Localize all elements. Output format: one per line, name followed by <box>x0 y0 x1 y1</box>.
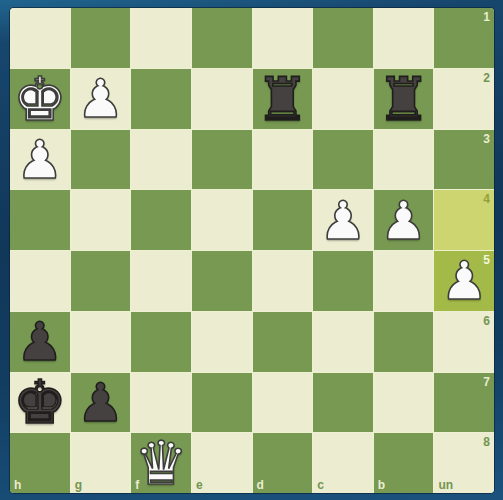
piece-white-pawn-h3[interactable]: ♟ <box>10 130 70 190</box>
square-d1[interactable] <box>253 8 313 68</box>
square-f1[interactable] <box>131 8 191 68</box>
square-a2[interactable]: 2 <box>434 69 494 129</box>
square-a6[interactable]: 6 <box>434 312 494 372</box>
piece-black-pawn-g7[interactable]: ♟ <box>71 373 131 433</box>
square-c6[interactable] <box>313 312 373 372</box>
square-d2[interactable]: ♜ <box>253 69 313 129</box>
square-e4[interactable] <box>192 190 252 250</box>
square-f7[interactable] <box>131 373 191 433</box>
square-f4[interactable] <box>131 190 191 250</box>
square-c7[interactable] <box>313 373 373 433</box>
square-g1[interactable] <box>71 8 131 68</box>
square-a4[interactable]: 4 <box>434 190 494 250</box>
square-g5[interactable] <box>71 251 131 311</box>
square-e3[interactable] <box>192 130 252 190</box>
square-c2[interactable] <box>313 69 373 129</box>
square-g8[interactable]: g <box>71 433 131 493</box>
square-e2[interactable] <box>192 69 252 129</box>
square-b4[interactable]: ♟ <box>374 190 434 250</box>
square-c1[interactable] <box>313 8 373 68</box>
square-h2[interactable]: ♚ <box>10 69 70 129</box>
square-e6[interactable] <box>192 312 252 372</box>
square-a3[interactable]: 3 <box>434 130 494 190</box>
square-h7[interactable]: ♚ <box>10 373 70 433</box>
square-c4[interactable]: ♟ <box>313 190 373 250</box>
square-h6[interactable]: ♟ <box>10 312 70 372</box>
square-f2[interactable] <box>131 69 191 129</box>
square-e1[interactable] <box>192 8 252 68</box>
rank-label-7: 7 <box>483 376 490 388</box>
square-d5[interactable] <box>253 251 313 311</box>
chess-app-window: 1♚♟♜♜2♟3♟♟45♟♟6♚♟7hgf♛edcb8un <box>0 0 503 500</box>
file-label-h: h <box>14 479 21 491</box>
square-d6[interactable] <box>253 312 313 372</box>
square-g6[interactable] <box>71 312 131 372</box>
rank-label-4: 4 <box>483 193 490 205</box>
rank-label-3: 3 <box>483 133 490 145</box>
square-h4[interactable] <box>10 190 70 250</box>
square-g3[interactable] <box>71 130 131 190</box>
square-f3[interactable] <box>131 130 191 190</box>
piece-white-pawn-a5[interactable]: ♟ <box>434 251 494 311</box>
square-b1[interactable] <box>374 8 434 68</box>
square-f6[interactable] <box>131 312 191 372</box>
piece-white-pawn-b4[interactable]: ♟ <box>374 190 434 250</box>
square-a7[interactable]: 7 <box>434 373 494 433</box>
square-g7[interactable]: ♟ <box>71 373 131 433</box>
square-e5[interactable] <box>192 251 252 311</box>
square-c8[interactable]: c <box>313 433 373 493</box>
square-d4[interactable] <box>253 190 313 250</box>
square-b7[interactable] <box>374 373 434 433</box>
square-d8[interactable]: d <box>253 433 313 493</box>
rank-label-8: 8 <box>483 436 490 448</box>
square-f8[interactable]: f♛ <box>131 433 191 493</box>
file-label-d: d <box>257 479 264 491</box>
file-label-e: e <box>196 479 203 491</box>
file-label-g: g <box>75 479 82 491</box>
rank-label-2: 2 <box>483 72 490 84</box>
square-a8[interactable]: 8un <box>434 433 494 493</box>
chess-board: 1♚♟♜♜2♟3♟♟45♟♟6♚♟7hgf♛edcb8un <box>10 8 494 493</box>
square-b2[interactable]: ♜ <box>374 69 434 129</box>
square-e7[interactable] <box>192 373 252 433</box>
file-label-a: un <box>438 479 453 491</box>
square-d7[interactable] <box>253 373 313 433</box>
piece-black-rook-d2[interactable]: ♜ <box>253 69 313 129</box>
square-b8[interactable]: b <box>374 433 434 493</box>
square-a1[interactable]: 1 <box>434 8 494 68</box>
square-d3[interactable] <box>253 130 313 190</box>
square-g4[interactable] <box>71 190 131 250</box>
square-h3[interactable]: ♟ <box>10 130 70 190</box>
rank-label-6: 6 <box>483 315 490 327</box>
square-e8[interactable]: e <box>192 433 252 493</box>
piece-white-queen-f8[interactable]: ♛ <box>131 433 191 493</box>
piece-white-king-h2[interactable]: ♚ <box>10 69 70 129</box>
square-c5[interactable] <box>313 251 373 311</box>
square-c3[interactable] <box>313 130 373 190</box>
piece-black-pawn-h6[interactable]: ♟ <box>10 312 70 372</box>
square-h8[interactable]: h <box>10 433 70 493</box>
square-g2[interactable]: ♟ <box>71 69 131 129</box>
piece-black-king-h7[interactable]: ♚ <box>10 373 70 433</box>
square-b6[interactable] <box>374 312 434 372</box>
piece-white-pawn-g2[interactable]: ♟ <box>71 69 131 129</box>
file-label-c: c <box>317 479 324 491</box>
square-a5[interactable]: 5♟ <box>434 251 494 311</box>
file-label-b: b <box>378 479 385 491</box>
square-f5[interactable] <box>131 251 191 311</box>
square-h1[interactable] <box>10 8 70 68</box>
square-b3[interactable] <box>374 130 434 190</box>
piece-white-pawn-c4[interactable]: ♟ <box>313 190 373 250</box>
square-b5[interactable] <box>374 251 434 311</box>
rank-label-1: 1 <box>483 11 490 23</box>
square-h5[interactable] <box>10 251 70 311</box>
piece-black-rook-b2[interactable]: ♜ <box>374 69 434 129</box>
